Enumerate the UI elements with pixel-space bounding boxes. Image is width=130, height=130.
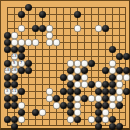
white-stone[interactable]	[18, 116, 25, 123]
black-stone[interactable]	[18, 11, 25, 18]
black-stone[interactable]	[67, 88, 74, 95]
black-stone[interactable]	[11, 46, 18, 53]
black-stone[interactable]	[102, 95, 109, 102]
white-stone[interactable]	[67, 60, 74, 67]
move-number-mark: 5	[11, 60, 18, 67]
white-stone[interactable]	[116, 74, 123, 81]
white-stone[interactable]	[74, 102, 81, 109]
black-stone[interactable]	[60, 102, 67, 109]
white-stone[interactable]	[11, 32, 18, 39]
black-stone[interactable]	[74, 11, 81, 18]
move-number-mark: 16	[11, 67, 18, 74]
white-stone[interactable]	[116, 95, 123, 102]
black-stone[interactable]	[11, 116, 18, 123]
black-stone[interactable]	[53, 95, 60, 102]
black-stone[interactable]	[67, 67, 74, 74]
black-stone[interactable]	[39, 11, 46, 18]
black-stone[interactable]	[109, 81, 116, 88]
white-stone[interactable]	[32, 39, 39, 46]
white-stone[interactable]	[53, 39, 60, 46]
black-stone[interactable]	[88, 81, 95, 88]
black-stone[interactable]	[102, 81, 109, 88]
black-stone[interactable]	[95, 109, 102, 116]
black-stone[interactable]	[11, 74, 18, 81]
white-stone[interactable]	[88, 116, 95, 123]
white-stone[interactable]	[74, 25, 81, 32]
white-stone[interactable]	[46, 32, 53, 39]
white-stone[interactable]	[46, 95, 53, 102]
white-stone[interactable]	[74, 109, 81, 116]
black-stone[interactable]	[4, 116, 11, 123]
black-stone[interactable]	[123, 53, 130, 60]
white-stone[interactable]	[74, 81, 81, 88]
black-stone[interactable]	[60, 88, 67, 95]
black-stone[interactable]	[88, 60, 95, 67]
white-stone[interactable]	[39, 109, 46, 116]
black-stone[interactable]	[11, 102, 18, 109]
white-stone[interactable]	[116, 88, 123, 95]
white-stone[interactable]	[81, 60, 88, 67]
black-stone[interactable]	[25, 67, 32, 74]
black-stone[interactable]	[67, 109, 74, 116]
black-stone[interactable]	[11, 81, 18, 88]
black-stone[interactable]	[95, 116, 102, 123]
black-stone[interactable]	[116, 102, 123, 109]
black-stone[interactable]	[18, 67, 25, 74]
black-stone[interactable]	[32, 109, 39, 116]
go-board-screenshot: 13571816311	[0, 0, 130, 130]
black-stone[interactable]	[4, 39, 11, 46]
white-stone[interactable]	[95, 81, 102, 88]
white-stone[interactable]	[88, 95, 95, 102]
white-stone[interactable]	[18, 39, 25, 46]
black-stone[interactable]	[102, 102, 109, 109]
black-stone[interactable]	[67, 95, 74, 102]
white-stone[interactable]	[74, 95, 81, 102]
move-number-mark: 13	[11, 53, 18, 60]
move-number-mark: 3	[4, 88, 11, 95]
black-stone[interactable]	[67, 102, 74, 109]
black-stone[interactable]	[11, 123, 18, 130]
move-number-mark: 7	[18, 60, 25, 67]
white-stone[interactable]	[109, 60, 116, 67]
white-stone[interactable]	[109, 67, 116, 74]
white-stone[interactable]	[102, 109, 109, 116]
move-number-mark: 18	[4, 67, 11, 74]
white-stone[interactable]	[46, 88, 53, 95]
black-stone[interactable]	[109, 88, 116, 95]
white-stone[interactable]	[46, 25, 53, 32]
black-stone[interactable]	[74, 116, 81, 123]
black-stone[interactable]	[18, 53, 25, 60]
black-stone[interactable]	[18, 88, 25, 95]
black-stone[interactable]	[123, 88, 130, 95]
white-stone[interactable]: 18	[4, 67, 11, 74]
black-stone[interactable]	[95, 123, 102, 130]
white-stone[interactable]: 7	[18, 60, 25, 67]
white-stone[interactable]: 3	[4, 88, 11, 95]
black-stone[interactable]	[109, 74, 116, 81]
black-stone[interactable]	[123, 67, 130, 74]
white-stone[interactable]	[25, 39, 32, 46]
black-stone[interactable]	[109, 116, 116, 123]
black-stone[interactable]	[102, 88, 109, 95]
white-stone[interactable]	[67, 116, 74, 123]
black-stone[interactable]	[74, 74, 81, 81]
black-stone[interactable]	[4, 60, 11, 67]
white-stone[interactable]	[74, 67, 81, 74]
black-stone[interactable]	[116, 67, 123, 74]
black-stone[interactable]	[109, 123, 116, 130]
white-stone[interactable]	[116, 81, 123, 88]
black-stone[interactable]	[81, 67, 88, 74]
white-stone[interactable]	[11, 39, 18, 46]
black-stone[interactable]	[95, 88, 102, 95]
black-stone[interactable]	[39, 25, 46, 32]
black-stone[interactable]	[116, 123, 123, 130]
white-stone[interactable]	[18, 102, 25, 109]
white-stone[interactable]	[123, 74, 130, 81]
white-stone[interactable]	[95, 95, 102, 102]
black-stone[interactable]	[4, 81, 11, 88]
black-stone[interactable]	[4, 95, 11, 102]
black-stone[interactable]	[25, 4, 32, 11]
black-stone[interactable]	[60, 74, 67, 81]
white-stone[interactable]: 13	[11, 53, 18, 60]
white-stone[interactable]	[53, 102, 60, 109]
black-stone[interactable]	[116, 53, 123, 60]
black-stone[interactable]	[32, 25, 39, 32]
black-stone[interactable]	[109, 46, 116, 53]
white-stone[interactable]	[67, 74, 74, 81]
black-stone[interactable]	[4, 74, 11, 81]
white-stone[interactable]	[102, 116, 109, 123]
white-stone[interactable]	[18, 25, 25, 32]
black-stone[interactable]	[11, 95, 18, 102]
white-stone[interactable]	[95, 25, 102, 32]
black-stone[interactable]	[25, 60, 32, 67]
white-stone[interactable]: 11	[11, 88, 18, 95]
black-stone[interactable]	[81, 95, 88, 102]
white-stone[interactable]: 16	[11, 67, 18, 74]
white-stone[interactable]	[109, 102, 116, 109]
black-stone[interactable]	[18, 46, 25, 53]
black-stone[interactable]	[67, 81, 74, 88]
black-stone[interactable]	[18, 109, 25, 116]
move-number-mark: 11	[11, 88, 18, 95]
white-stone[interactable]: 5	[11, 60, 18, 67]
black-stone[interactable]	[74, 88, 81, 95]
white-stone[interactable]	[109, 95, 116, 102]
black-stone[interactable]	[102, 67, 109, 74]
white-stone[interactable]	[74, 60, 81, 67]
black-stone[interactable]	[95, 102, 102, 109]
black-stone[interactable]	[4, 102, 11, 109]
black-stone[interactable]	[102, 25, 109, 32]
go-board[interactable]: 13571816311	[0, 0, 130, 130]
black-stone[interactable]	[4, 32, 11, 39]
white-stone[interactable]	[81, 74, 88, 81]
white-stone[interactable]	[46, 39, 53, 46]
white-stone[interactable]	[81, 81, 88, 88]
black-stone[interactable]	[4, 46, 11, 53]
